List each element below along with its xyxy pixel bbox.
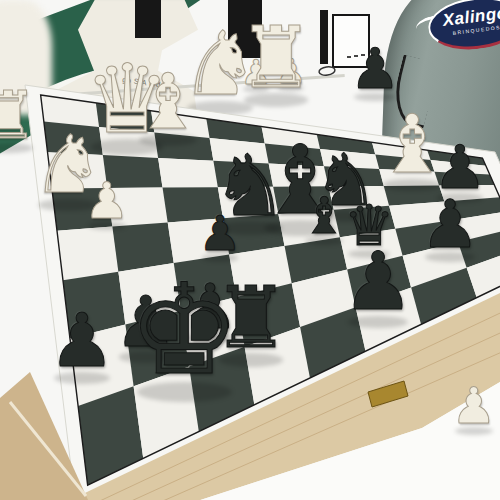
piece-black-pawn-4[interactable]: ♟ <box>338 242 418 322</box>
piece-black-king[interactable]: ♚ <box>122 267 247 392</box>
product-photo-scene: Xalingo BRINQUEDOS ♟♟♟♜♞ go S/A Indúst ♝… <box>0 0 500 500</box>
pieces-layer: ♝♛♜♝♟♞♞♟♞♝♝♛♟♟♟♟♟♜♟♚♟ <box>0 0 500 500</box>
piece-table-white-pawn[interactable]: ♟ <box>449 381 499 431</box>
piece-white-pawn[interactable]: ♟ <box>82 176 132 226</box>
piece-black-pawn-2[interactable]: ♟ <box>417 191 483 257</box>
piece-black-pawn-7[interactable]: ♟ <box>45 304 119 378</box>
piece-black-pawn-3[interactable]: ♟ <box>196 210 244 258</box>
